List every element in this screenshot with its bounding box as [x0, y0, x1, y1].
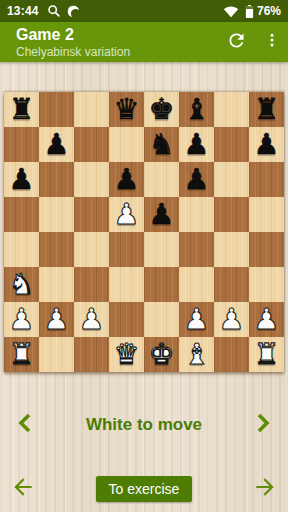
move-row: White to move: [0, 407, 288, 443]
piece-white-pawn: ♟: [184, 302, 210, 337]
refresh-button[interactable]: [216, 22, 256, 62]
piece-white-pawn: ♟: [114, 197, 140, 232]
app-bar-titles: Game 2 Chelyabinsk variation: [16, 26, 216, 59]
next-move-button[interactable]: [251, 411, 275, 439]
piece-black-pawn: ♟: [254, 127, 280, 162]
piece-white-pawn: ♟: [44, 302, 70, 337]
piece-white-pawn: ♟: [254, 302, 280, 337]
app-screen: 13:44 76% Game 2 Chelyabinsk variation: [0, 0, 288, 512]
chess-board: ♜♛♚♝♜♟♞♟♟♟♟♟♟♟♞♟♟♟♟♟♟♜♛♚♝♜: [4, 92, 284, 372]
square-b2[interactable]: ♟: [39, 302, 74, 337]
battery-percent: 76%: [257, 4, 281, 18]
square-d6[interactable]: ♟: [109, 162, 144, 197]
search-icon: [47, 4, 61, 18]
refresh-icon: [226, 30, 247, 55]
square-b6[interactable]: [39, 162, 74, 197]
piece-white-bishop: ♝: [184, 337, 210, 372]
square-a2[interactable]: ♟: [4, 302, 39, 337]
square-c7[interactable]: [74, 127, 109, 162]
arrow-right-icon: [252, 474, 278, 504]
overflow-menu-button[interactable]: [256, 22, 288, 62]
to-exercise-button[interactable]: To exercise: [96, 476, 193, 502]
square-h6[interactable]: [249, 162, 284, 197]
square-g2[interactable]: ♟: [214, 302, 249, 337]
square-e2[interactable]: [144, 302, 179, 337]
square-b7[interactable]: ♟: [39, 127, 74, 162]
chevron-right-icon: [254, 412, 272, 438]
more-vert-icon: [263, 31, 281, 53]
square-e1[interactable]: ♚: [144, 337, 179, 372]
square-b4[interactable]: [39, 232, 74, 267]
square-d3[interactable]: [109, 267, 144, 302]
square-a8[interactable]: ♜: [4, 92, 39, 127]
square-d8[interactable]: ♛: [109, 92, 144, 127]
piece-white-queen: ♛: [114, 337, 140, 372]
square-a6[interactable]: ♟: [4, 162, 39, 197]
piece-black-pawn: ♟: [9, 162, 35, 197]
square-c2[interactable]: ♟: [74, 302, 109, 337]
square-d7[interactable]: [109, 127, 144, 162]
page-title: Game 2: [16, 26, 216, 44]
status-bar: 13:44 76%: [0, 0, 288, 22]
wifi-icon: [223, 5, 239, 18]
square-e8[interactable]: ♚: [144, 92, 179, 127]
square-c6[interactable]: [74, 162, 109, 197]
square-h7[interactable]: ♟: [249, 127, 284, 162]
piece-white-king: ♚: [149, 337, 175, 372]
piece-white-rook: ♜: [9, 337, 35, 372]
arrow-left-icon: [10, 474, 36, 504]
battery-icon: [245, 4, 254, 19]
square-f6[interactable]: ♟: [179, 162, 214, 197]
square-h2[interactable]: ♟: [249, 302, 284, 337]
piece-black-pawn: ♟: [184, 162, 210, 197]
square-g1[interactable]: [214, 337, 249, 372]
piece-black-pawn: ♟: [149, 197, 175, 232]
square-b3[interactable]: [39, 267, 74, 302]
piece-white-pawn: ♟: [79, 302, 105, 337]
square-h1[interactable]: ♜: [249, 337, 284, 372]
square-b8[interactable]: [39, 92, 74, 127]
piece-white-pawn: ♟: [9, 302, 35, 337]
square-f3[interactable]: [179, 267, 214, 302]
status-time: 13:44: [7, 4, 39, 18]
square-d2[interactable]: [109, 302, 144, 337]
square-c3[interactable]: [74, 267, 109, 302]
square-h5[interactable]: [249, 197, 284, 232]
square-d4[interactable]: [109, 232, 144, 267]
square-e4[interactable]: [144, 232, 179, 267]
square-d1[interactable]: ♛: [109, 337, 144, 372]
piece-black-rook: ♜: [9, 92, 35, 127]
forward-arrow-button[interactable]: [250, 474, 280, 504]
square-a7[interactable]: [4, 127, 39, 162]
square-g6[interactable]: [214, 162, 249, 197]
square-b1[interactable]: [39, 337, 74, 372]
piece-black-pawn: ♟: [44, 127, 70, 162]
square-e3[interactable]: [144, 267, 179, 302]
square-d5[interactable]: ♟: [109, 197, 144, 232]
page-subtitle: Chelyabinsk variation: [16, 45, 216, 59]
square-b5[interactable]: [39, 197, 74, 232]
square-f7[interactable]: ♟: [179, 127, 214, 162]
turn-indicator: White to move: [86, 415, 202, 435]
square-g8[interactable]: [214, 92, 249, 127]
square-e6[interactable]: [144, 162, 179, 197]
piece-white-rook: ♜: [254, 337, 280, 372]
piece-black-king: ♚: [149, 92, 175, 127]
back-arrow-button[interactable]: [8, 474, 38, 504]
piece-black-pawn: ♟: [184, 127, 210, 162]
square-g5[interactable]: [214, 197, 249, 232]
square-f2[interactable]: ♟: [179, 302, 214, 337]
square-g4[interactable]: [214, 232, 249, 267]
bottom-bar: To exercise: [0, 474, 288, 504]
square-a5[interactable]: [4, 197, 39, 232]
piece-black-bishop: ♝: [184, 92, 210, 127]
piece-white-knight: ♞: [9, 267, 35, 302]
square-e5[interactable]: ♟: [144, 197, 179, 232]
app-bar: Game 2 Chelyabinsk variation: [0, 22, 288, 62]
prev-move-button[interactable]: [13, 411, 37, 439]
square-c5[interactable]: [74, 197, 109, 232]
piece-black-pawn: ♟: [114, 162, 140, 197]
piece-black-rook: ♜: [254, 92, 280, 127]
chevron-left-icon: [16, 412, 34, 438]
square-c4[interactable]: [74, 232, 109, 267]
square-e7[interactable]: ♞: [144, 127, 179, 162]
square-g7[interactable]: [214, 127, 249, 162]
square-g3[interactable]: [214, 267, 249, 302]
piece-white-pawn: ♟: [219, 302, 245, 337]
square-f8[interactable]: ♝: [179, 92, 214, 127]
square-a4[interactable]: [4, 232, 39, 267]
square-h3[interactable]: [249, 267, 284, 302]
square-a1[interactable]: ♜: [4, 337, 39, 372]
square-h8[interactable]: ♜: [249, 92, 284, 127]
square-h4[interactable]: [249, 232, 284, 267]
square-c8[interactable]: [74, 92, 109, 127]
square-f1[interactable]: ♝: [179, 337, 214, 372]
square-a3[interactable]: ♞: [4, 267, 39, 302]
piece-black-queen: ♛: [114, 92, 140, 127]
square-f4[interactable]: [179, 232, 214, 267]
piece-black-knight: ♞: [149, 127, 175, 162]
square-f5[interactable]: [179, 197, 214, 232]
moon-icon: [67, 5, 80, 18]
square-c1[interactable]: [74, 337, 109, 372]
